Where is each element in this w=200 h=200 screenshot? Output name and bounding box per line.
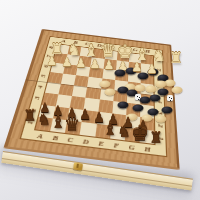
file-label: E — [109, 44, 114, 50]
square-f1 — [110, 125, 126, 140]
file-label: D — [97, 43, 102, 49]
rank-label: 6 — [155, 78, 163, 82]
file-label: G — [129, 143, 135, 152]
file-label: D — [82, 137, 89, 146]
rank-label: 5 — [39, 74, 48, 78]
rank-label: 6 — [42, 64, 50, 68]
rank-label: 8 — [155, 59, 162, 62]
file-label: H — [144, 145, 150, 154]
rank-label: 4 — [36, 85, 45, 89]
square-e1 — [95, 124, 111, 139]
square-d1 — [80, 122, 96, 137]
file-label: F — [113, 141, 119, 150]
file-label: E — [98, 139, 104, 148]
file-label: G — [133, 47, 138, 53]
rank-label: 4 — [156, 99, 164, 103]
file-label: B — [73, 40, 78, 46]
file-label: A — [61, 38, 66, 44]
file-label: C — [85, 41, 90, 47]
rank-label: 3 — [156, 111, 165, 115]
chess-board: ABCDEFGH ABCDEFGH 87654321 87654321 — [3, 29, 179, 170]
file-label: H — [145, 48, 150, 54]
rank-labels-right: 87654321 — [154, 55, 167, 146]
rank-label: 7 — [155, 68, 163, 71]
rank-label: 2 — [156, 123, 165, 127]
rank-label: 2 — [29, 108, 39, 112]
file-label: A — [36, 132, 43, 141]
rank-label: 8 — [47, 46, 55, 49]
rank-label: 1 — [156, 137, 165, 142]
chess-set-product-photo: ABCDEFGH ABCDEFGH 87654321 87654321 ♜♞♝♛… — [0, 0, 200, 200]
rank-label: 7 — [45, 55, 53, 58]
brass-clasp-icon — [73, 162, 83, 170]
square-h1 — [139, 129, 154, 144]
square-g1 — [125, 127, 140, 142]
rank-label: 3 — [32, 96, 41, 100]
rank-label: 1 — [25, 121, 35, 126]
rank-label: 5 — [155, 88, 163, 92]
file-label: F — [121, 46, 126, 52]
file-label: C — [67, 135, 74, 144]
board-tilt-wrapper: ABCDEFGH ABCDEFGH 87654321 87654321 — [18, 8, 183, 173]
file-label: B — [52, 134, 59, 143]
